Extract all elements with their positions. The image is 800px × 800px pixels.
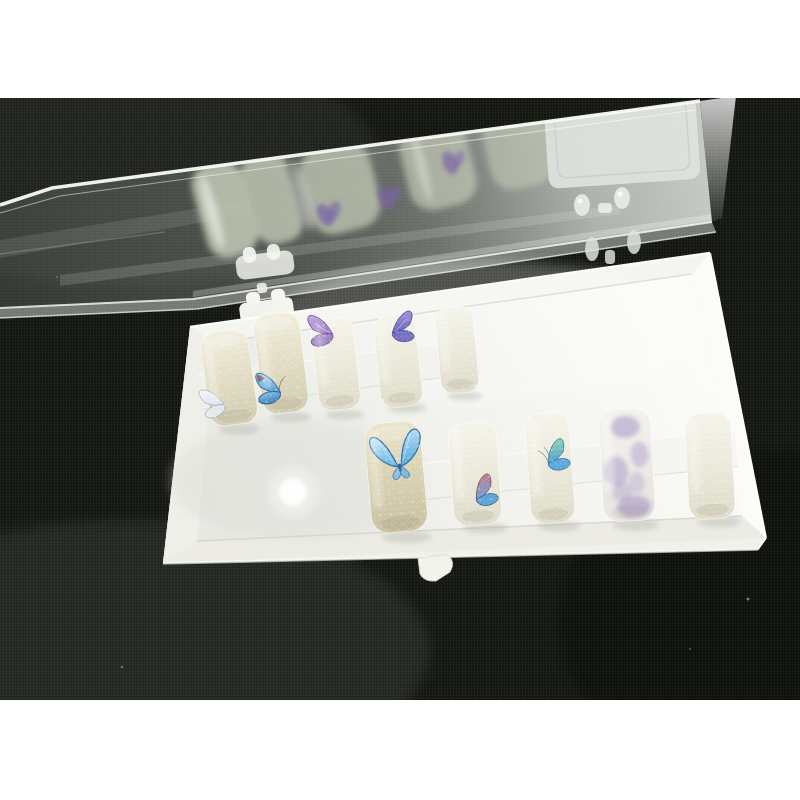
press-on-nail-front-2 [448,421,503,526]
photo-area [0,98,800,700]
press-on-nail-back-5 [434,306,479,395]
product-photo [0,0,800,800]
white-margin-top [0,0,800,98]
press-on-nail-front-4-marble [598,408,656,523]
light-reflection-spot [279,478,307,506]
press-on-nail-front-1 [363,420,431,535]
press-on-nail-front-3 [524,412,576,525]
press-on-nail-front-5 [684,412,735,520]
white-margin-bottom [0,700,800,800]
